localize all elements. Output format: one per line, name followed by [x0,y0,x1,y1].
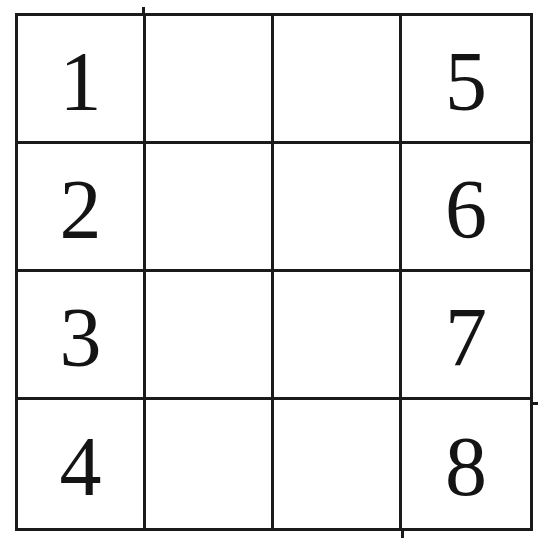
cell-value: 2 [60,162,102,252]
cell-r2c1[interactable]: 2 [18,144,146,272]
cell-r1c3[interactable] [274,16,402,144]
cell-r3c3[interactable] [274,272,402,400]
cell-value: 5 [445,34,487,124]
cell-value: 4 [60,419,102,509]
cell-value: 6 [445,162,487,252]
cell-r4c1[interactable]: 4 [18,400,146,528]
cell-r2c4[interactable]: 6 [402,144,530,272]
cell-r4c3[interactable] [274,400,402,528]
cell-value: 8 [445,419,487,509]
cell-r3c2[interactable] [146,272,274,400]
cell-r1c4[interactable]: 5 [402,16,530,144]
puzzle-board: 1 5 2 6 3 7 4 8 [15,13,533,531]
grid-line-overshoot-bottom [401,529,404,538]
cell-r2c2[interactable] [146,144,274,272]
grid-line-overshoot-top [142,7,145,16]
cell-r4c2[interactable] [146,400,274,528]
cell-value: 1 [60,34,102,124]
cell-r3c4[interactable]: 7 [402,272,530,400]
cell-r1c1[interactable]: 1 [18,16,146,144]
cell-r3c1[interactable]: 3 [18,272,146,400]
cell-r1c2[interactable] [146,16,274,144]
grid-line-overshoot-right [530,402,538,405]
cell-r2c3[interactable] [274,144,402,272]
cell-value: 7 [445,290,487,380]
cell-value: 3 [60,290,102,380]
cell-r4c4[interactable]: 8 [402,400,530,528]
